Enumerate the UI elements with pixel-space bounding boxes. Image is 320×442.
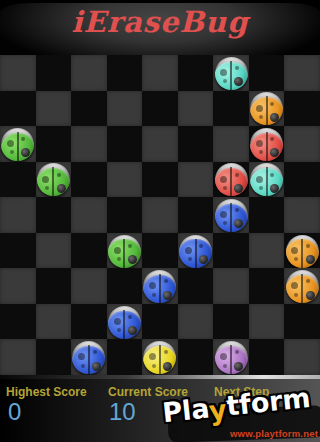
board-cell[interactable]: [178, 162, 214, 198]
board-cell[interactable]: [71, 304, 107, 340]
bug-spot: [185, 247, 192, 254]
board-cell[interactable]: [36, 91, 72, 127]
board-cell[interactable]: [107, 233, 143, 269]
board-cell[interactable]: [0, 55, 36, 91]
bug-spot: [128, 255, 137, 264]
board-cell[interactable]: [284, 304, 320, 340]
bug-wing-split-line: [195, 239, 197, 268]
board-cell[interactable]: [0, 197, 36, 233]
bug-spot: [57, 173, 61, 177]
bug-cyan[interactable]: [250, 163, 283, 196]
board-cell[interactable]: [71, 233, 107, 269]
bug-spot: [128, 326, 137, 335]
board-cell[interactable]: [107, 162, 143, 198]
bug-spot: [256, 140, 263, 147]
board-cell[interactable]: [0, 304, 36, 340]
board-cell[interactable]: [284, 126, 320, 162]
board-cell[interactable]: [0, 126, 36, 162]
bug-wing-split-line: [266, 167, 268, 196]
bug-orange[interactable]: [286, 270, 319, 303]
board-cell[interactable]: [0, 268, 36, 304]
board-cell[interactable]: [249, 197, 285, 233]
board-cell[interactable]: [107, 126, 143, 162]
board-cell[interactable]: [71, 162, 107, 198]
board-cell[interactable]: [213, 126, 249, 162]
bug-spot: [270, 113, 279, 122]
bug-blue[interactable]: [72, 341, 105, 374]
bug-spot: [235, 173, 239, 177]
bug-spot: [256, 176, 263, 183]
board-cell[interactable]: [107, 197, 143, 233]
board-cell[interactable]: [249, 91, 285, 127]
bug-spot: [223, 364, 227, 368]
highest-score-value: 0: [8, 398, 21, 426]
bug-yellow[interactable]: [143, 341, 176, 374]
board-cell[interactable]: [142, 233, 178, 269]
bug-wing-split-line: [230, 167, 232, 196]
bug-spot: [114, 247, 121, 254]
board-cell[interactable]: [0, 162, 36, 198]
app-title: iEraseBug: [0, 5, 320, 39]
board-cell[interactable]: [249, 126, 285, 162]
board-cell[interactable]: [284, 55, 320, 91]
playtform-watermark: Playtform www.playtform.net: [160, 396, 320, 442]
board-cell[interactable]: [0, 233, 36, 269]
bug-wing-split-line: [88, 345, 90, 374]
board-cell[interactable]: [284, 339, 320, 375]
bug-wing-split-line: [230, 203, 232, 232]
bug-spot: [117, 257, 121, 261]
board-cell[interactable]: [0, 91, 36, 127]
board-cell[interactable]: [71, 339, 107, 375]
board-cell[interactable]: [178, 55, 214, 91]
board-cell[interactable]: [249, 304, 285, 340]
board-cell[interactable]: [178, 91, 214, 127]
bug-wing-split-line: [123, 239, 125, 268]
highest-score-label: Highest Score: [6, 385, 87, 399]
board-cell[interactable]: [213, 233, 249, 269]
bug-spot: [199, 255, 208, 264]
bug-spot: [270, 173, 274, 177]
board-cell[interactable]: [178, 268, 214, 304]
board-cell[interactable]: [178, 339, 214, 375]
bug-blue[interactable]: [215, 199, 248, 232]
bug-spot: [7, 140, 14, 147]
bug-purple[interactable]: [215, 341, 248, 374]
bug-wing-split-line: [301, 274, 303, 303]
board-cell[interactable]: [36, 126, 72, 162]
board-cell[interactable]: [0, 339, 36, 375]
board-cell[interactable]: [71, 268, 107, 304]
board-cell[interactable]: [213, 91, 249, 127]
bug-spot: [128, 315, 132, 319]
bug-wing-split-line: [230, 61, 232, 90]
board-cell[interactable]: [249, 162, 285, 198]
board-cell[interactable]: [36, 55, 72, 91]
app-screen: iEraseBug Highest Score Current Score Ne…: [0, 0, 320, 442]
bug-blue[interactable]: [179, 235, 212, 268]
bug-spot: [92, 362, 101, 371]
board-cell[interactable]: [36, 233, 72, 269]
board-cell[interactable]: [142, 91, 178, 127]
bug-spot: [57, 184, 66, 193]
bug-blue[interactable]: [143, 270, 176, 303]
board-cell[interactable]: [142, 197, 178, 233]
board-cell[interactable]: [284, 91, 320, 127]
bug-spot: [117, 328, 121, 332]
bug-red[interactable]: [250, 128, 283, 161]
bug-spot: [306, 244, 310, 248]
board-cell[interactable]: [178, 197, 214, 233]
board-cell[interactable]: [213, 197, 249, 233]
bug-spot: [235, 66, 239, 70]
board-cell[interactable]: [213, 304, 249, 340]
bug-spot: [128, 244, 132, 248]
bug-spot: [259, 186, 263, 190]
board-cell[interactable]: [36, 197, 72, 233]
bug-wing-split-line: [17, 132, 19, 161]
board-cell[interactable]: [36, 162, 72, 198]
bug-spot: [256, 105, 263, 112]
bug-spot: [152, 293, 156, 297]
board-cell[interactable]: [178, 304, 214, 340]
bug-wing-split-line: [159, 274, 161, 303]
bug-spot: [259, 115, 263, 119]
bug-spot: [114, 318, 121, 325]
board-cell[interactable]: [284, 162, 320, 198]
watermark-logo-pre: Pla: [161, 393, 210, 429]
board-cell[interactable]: [36, 304, 72, 340]
bug-orange[interactable]: [250, 92, 283, 125]
board-cell[interactable]: [178, 126, 214, 162]
board-cell[interactable]: [142, 162, 178, 198]
bug-wing-split-line: [159, 345, 161, 374]
bug-blue[interactable]: [108, 306, 141, 339]
bug-spot: [220, 176, 227, 183]
board-cell[interactable]: [142, 304, 178, 340]
board-cell[interactable]: [213, 55, 249, 91]
bug-wing-split-line: [266, 96, 268, 125]
board-cell[interactable]: [142, 339, 178, 375]
board-cell[interactable]: [249, 339, 285, 375]
title-bar: iEraseBug: [0, 0, 320, 55]
board-cell[interactable]: [178, 233, 214, 269]
bug-spot: [270, 184, 279, 193]
board-cell[interactable]: [284, 268, 320, 304]
board-cell[interactable]: [142, 126, 178, 162]
board-cell[interactable]: [71, 126, 107, 162]
board-cell[interactable]: [71, 197, 107, 233]
bug-red[interactable]: [215, 163, 248, 196]
current-score-value: 10: [109, 398, 136, 426]
board-cell[interactable]: [249, 268, 285, 304]
bug-spot: [81, 364, 85, 368]
watermark-logo-accent: y: [207, 394, 228, 427]
bug-green[interactable]: [1, 128, 34, 161]
board-cell[interactable]: [107, 304, 143, 340]
board-cell[interactable]: [142, 55, 178, 91]
board-cell[interactable]: [107, 91, 143, 127]
bug-cyan[interactable]: [215, 57, 248, 90]
bug-spot: [235, 208, 239, 212]
board-cell[interactable]: [107, 339, 143, 375]
bug-spot: [306, 291, 315, 300]
board-cell[interactable]: [213, 339, 249, 375]
bug-wing-split-line: [230, 345, 232, 374]
bug-spot: [199, 244, 203, 248]
bug-wing-split-line: [266, 132, 268, 161]
board-cell[interactable]: [36, 339, 72, 375]
bug-spot: [294, 293, 298, 297]
board-cell[interactable]: [284, 233, 320, 269]
board-cell[interactable]: [71, 91, 107, 127]
board-cell[interactable]: [213, 268, 249, 304]
bug-wing-split-line: [301, 239, 303, 268]
bug-spot: [306, 255, 315, 264]
board-cell[interactable]: [36, 268, 72, 304]
bug-green[interactable]: [37, 163, 70, 196]
bug-wing-split-line: [123, 310, 125, 339]
bug-spot: [163, 362, 172, 371]
bug-spot: [270, 102, 274, 106]
game-board[interactable]: [0, 55, 320, 375]
watermark-url: www.playtform.net: [230, 428, 318, 439]
board-cell[interactable]: [284, 197, 320, 233]
board-cell[interactable]: [71, 55, 107, 91]
board-cell[interactable]: [142, 268, 178, 304]
bug-spot: [163, 291, 172, 300]
board-cell[interactable]: [249, 55, 285, 91]
bug-wing-split-line: [52, 167, 54, 196]
bug-spot: [164, 279, 168, 283]
bug-spot: [152, 364, 156, 368]
board-cell[interactable]: [107, 268, 143, 304]
board-cell[interactable]: [107, 55, 143, 91]
bug-orange[interactable]: [286, 235, 319, 268]
board-cell[interactable]: [249, 233, 285, 269]
bug-green[interactable]: [108, 235, 141, 268]
bug-spot: [188, 257, 192, 261]
board-cell[interactable]: [213, 162, 249, 198]
